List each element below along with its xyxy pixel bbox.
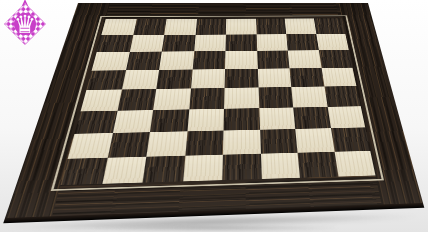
square-g2 [295,128,334,152]
chess-queen-icon: ♛ [14,10,36,39]
square-a7 [97,35,133,52]
square-c3 [150,109,189,132]
square-a2 [68,133,113,158]
square-c1 [143,155,185,182]
square-c2 [146,131,187,156]
square-c7 [162,35,195,52]
square-a3 [74,110,117,133]
square-b5 [122,70,160,90]
square-d6 [192,51,225,69]
square-c8 [164,19,196,35]
square-c6 [159,51,194,69]
playing-field [61,18,376,185]
square-b2 [107,132,150,157]
square-d1 [183,154,223,181]
square-b6 [126,52,162,70]
square-d3 [187,108,224,131]
square-g5 [289,68,324,87]
square-e5 [225,68,259,87]
square-a4 [81,89,122,111]
square-g7 [286,34,318,51]
square-h5 [321,67,356,86]
square-f7 [256,34,288,51]
square-e7 [225,34,256,51]
square-d2 [185,131,224,156]
square-g3 [293,107,330,129]
square-g4 [291,86,327,107]
square-h8 [314,18,346,33]
square-a1 [61,157,108,185]
square-g1 [297,151,337,177]
square-f3 [259,107,295,130]
square-f5 [257,68,291,87]
square-d5 [191,69,225,89]
square-c4 [153,88,190,109]
square-b1 [102,156,147,183]
square-f4 [258,87,293,108]
square-h2 [330,127,370,151]
square-g8 [285,18,316,34]
square-h7 [316,34,349,51]
square-a5 [86,70,125,90]
square-h6 [318,50,352,68]
square-b4 [117,89,156,110]
board-frame [5,3,423,218]
square-d4 [189,88,225,109]
chessboard [5,3,423,218]
square-a6 [92,52,130,71]
product-photo-scene: ♛ [0,0,428,232]
square-d7 [194,34,226,51]
square-h3 [327,106,365,128]
square-b7 [129,35,164,52]
square-c5 [156,69,192,89]
square-h1 [334,150,375,176]
square-h4 [324,86,361,107]
square-b3 [112,110,153,133]
square-a8 [101,19,136,35]
square-e1 [222,153,261,180]
square-e3 [224,108,260,131]
square-e2 [223,130,261,155]
square-b8 [133,19,167,35]
square-f1 [260,152,299,179]
brand-logo-icon: ♛ [1,0,49,47]
square-e4 [224,87,259,108]
square-e6 [225,51,257,69]
square-g6 [288,50,321,68]
square-f2 [260,129,298,153]
square-d8 [195,19,226,35]
square-f8 [256,19,287,35]
board-reflection-shadow [92,225,338,231]
square-f6 [257,51,290,69]
square-e8 [226,19,256,35]
